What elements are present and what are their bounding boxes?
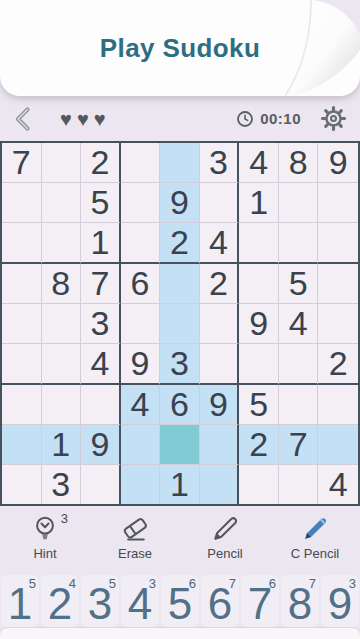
lightbulb-icon bbox=[30, 514, 60, 544]
cell-r3c7[interactable] bbox=[239, 223, 279, 264]
back-button[interactable] bbox=[13, 106, 33, 132]
cell-r2c4[interactable] bbox=[121, 183, 161, 223]
cell-r2c9[interactable] bbox=[318, 183, 358, 223]
cell-r1c2[interactable] bbox=[42, 143, 82, 183]
cell-r1c6[interactable]: 3 bbox=[200, 143, 240, 183]
numpad-key-4[interactable]: 43 bbox=[121, 575, 159, 627]
numpad-remaining-count: 6 bbox=[189, 576, 196, 591]
cell-r1c7[interactable]: 4 bbox=[239, 143, 279, 183]
numpad-remaining-count: 7 bbox=[229, 576, 236, 591]
cell-r7c2[interactable] bbox=[42, 385, 82, 425]
cell-r6c8[interactable] bbox=[279, 344, 319, 385]
cell-r3c1[interactable] bbox=[2, 223, 42, 264]
bottom-sheet-edge bbox=[0, 628, 360, 639]
cell-r7c6[interactable]: 9 bbox=[200, 385, 240, 425]
cell-r1c9[interactable]: 9 bbox=[318, 143, 358, 183]
cell-r4c7[interactable] bbox=[239, 264, 279, 304]
colored-pencil-icon bbox=[300, 514, 330, 544]
cell-r6c6[interactable] bbox=[200, 344, 240, 385]
numpad-key-8[interactable]: 87 bbox=[281, 575, 319, 627]
numpad-remaining-count: 5 bbox=[109, 576, 116, 591]
cell-r5c1[interactable] bbox=[2, 304, 42, 344]
cell-r7c8[interactable] bbox=[279, 385, 319, 425]
numpad-key-9[interactable]: 93 bbox=[321, 575, 359, 627]
colored-pencil-label: C Pencil bbox=[291, 546, 339, 561]
sudoku-board: 72348959112487625394493246951927314 bbox=[0, 141, 360, 506]
erase-label: Erase bbox=[118, 546, 152, 561]
cell-r6c3[interactable]: 4 bbox=[81, 344, 121, 385]
numpad-remaining-count: 4 bbox=[69, 576, 76, 591]
cell-r7c1[interactable] bbox=[2, 385, 42, 425]
hint-count-badge: 3 bbox=[61, 511, 68, 526]
hint-button[interactable]: 3 Hint bbox=[9, 514, 81, 561]
cell-r5c7[interactable]: 9 bbox=[239, 304, 279, 344]
cell-r1c3[interactable]: 2 bbox=[81, 143, 121, 183]
numpad-key-2[interactable]: 24 bbox=[41, 575, 79, 627]
cell-r4c9[interactable] bbox=[318, 264, 358, 304]
cell-r8c7[interactable]: 2 bbox=[239, 425, 279, 465]
cell-r9c8[interactable] bbox=[279, 465, 319, 504]
cell-r6c2[interactable] bbox=[42, 344, 82, 385]
numpad-remaining-count: 7 bbox=[309, 576, 316, 591]
cell-r8c1[interactable] bbox=[2, 425, 42, 465]
timer-value: 00:10 bbox=[260, 110, 301, 127]
cell-r4c1[interactable] bbox=[2, 264, 42, 304]
number-pad: 152435435667768793 bbox=[0, 574, 360, 628]
settings-button[interactable] bbox=[320, 105, 347, 132]
cell-r6c7[interactable] bbox=[239, 344, 279, 385]
cell-r1c4[interactable] bbox=[121, 143, 161, 183]
cell-r7c4[interactable]: 4 bbox=[121, 385, 161, 425]
cell-r3c5[interactable]: 2 bbox=[160, 223, 200, 264]
cell-r1c8[interactable]: 8 bbox=[279, 143, 319, 183]
game-toolbar: ♥♥♥ 00:10 bbox=[0, 96, 360, 141]
cell-r9c7[interactable] bbox=[239, 465, 279, 504]
cell-r3c4[interactable] bbox=[121, 223, 161, 264]
page-title: Play Sudoku bbox=[100, 33, 260, 64]
cell-r2c5[interactable]: 9 bbox=[160, 183, 200, 223]
cell-r3c2[interactable] bbox=[42, 223, 82, 264]
cell-r5c2[interactable] bbox=[42, 304, 82, 344]
cell-r4c3[interactable]: 7 bbox=[81, 264, 121, 304]
cell-r8c5[interactable] bbox=[160, 425, 200, 465]
tools-bar: 3 Hint Erase Pencil bbox=[0, 506, 360, 574]
cell-r9c2[interactable]: 3 bbox=[42, 465, 82, 504]
cell-r8c8[interactable]: 7 bbox=[279, 425, 319, 465]
cell-r9c1[interactable] bbox=[2, 465, 42, 504]
cell-r4c2[interactable]: 8 bbox=[42, 264, 82, 304]
cell-r4c5[interactable] bbox=[160, 264, 200, 304]
cell-r6c4[interactable]: 9 bbox=[121, 344, 161, 385]
cell-r5c8[interactable]: 4 bbox=[279, 304, 319, 344]
cell-r8c3[interactable]: 9 bbox=[81, 425, 121, 465]
cell-r6c5[interactable]: 3 bbox=[160, 344, 200, 385]
cell-r7c7[interactable]: 5 bbox=[239, 385, 279, 425]
cell-r4c6[interactable]: 2 bbox=[200, 264, 240, 304]
cell-r7c5[interactable]: 6 bbox=[160, 385, 200, 425]
cell-r7c9[interactable] bbox=[318, 385, 358, 425]
pencil-icon bbox=[210, 514, 240, 544]
cell-r8c4[interactable] bbox=[121, 425, 161, 465]
cell-r6c9[interactable]: 2 bbox=[318, 344, 358, 385]
pencil-button[interactable]: Pencil bbox=[189, 514, 261, 561]
numpad-key-1[interactable]: 15 bbox=[1, 575, 39, 627]
cell-r5c4[interactable] bbox=[121, 304, 161, 344]
numpad-remaining-count: 5 bbox=[29, 576, 36, 591]
cell-r5c6[interactable] bbox=[200, 304, 240, 344]
numpad-key-7[interactable]: 76 bbox=[241, 575, 279, 627]
cell-r5c9[interactable] bbox=[318, 304, 358, 344]
numpad-key-5[interactable]: 56 bbox=[161, 575, 199, 627]
cell-r5c3[interactable]: 3 bbox=[81, 304, 121, 344]
cell-r7c3[interactable] bbox=[81, 385, 121, 425]
hint-label: Hint bbox=[33, 546, 56, 561]
cell-r3c3[interactable]: 1 bbox=[81, 223, 121, 264]
numpad-key-6[interactable]: 67 bbox=[201, 575, 239, 627]
cell-r4c4[interactable]: 6 bbox=[121, 264, 161, 304]
cell-r8c2[interactable]: 1 bbox=[42, 425, 82, 465]
cell-r9c4[interactable] bbox=[121, 465, 161, 504]
cell-r2c6[interactable] bbox=[200, 183, 240, 223]
timer: 00:10 bbox=[236, 110, 301, 128]
cell-r3c8[interactable] bbox=[279, 223, 319, 264]
gear-icon bbox=[320, 105, 347, 132]
cell-r3c9[interactable] bbox=[318, 223, 358, 264]
erase-button[interactable]: Erase bbox=[99, 514, 171, 561]
cell-r2c1[interactable] bbox=[2, 183, 42, 223]
cell-r2c3[interactable]: 5 bbox=[81, 183, 121, 223]
cell-r9c9[interactable]: 4 bbox=[318, 465, 358, 504]
colored-pencil-button[interactable]: C Pencil bbox=[279, 514, 351, 561]
cell-r3c6[interactable]: 4 bbox=[200, 223, 240, 264]
page-curl-decoration bbox=[282, 0, 360, 96]
lives-hearts: ♥♥♥ bbox=[60, 109, 111, 129]
pencil-label: Pencil bbox=[207, 546, 242, 561]
cell-r2c7[interactable]: 1 bbox=[239, 183, 279, 223]
eraser-icon bbox=[120, 514, 150, 544]
cell-r1c1[interactable]: 7 bbox=[2, 143, 42, 183]
cell-r9c6[interactable] bbox=[200, 465, 240, 504]
numpad-remaining-count: 6 bbox=[269, 576, 276, 591]
cell-r1c5[interactable] bbox=[160, 143, 200, 183]
cell-r9c3[interactable] bbox=[81, 465, 121, 504]
cell-r6c1[interactable] bbox=[2, 344, 42, 385]
numpad-remaining-count: 3 bbox=[349, 576, 356, 591]
numpad-key-3[interactable]: 35 bbox=[81, 575, 119, 627]
clock-icon bbox=[236, 110, 254, 128]
header-card: Play Sudoku bbox=[0, 0, 360, 96]
cell-r2c2[interactable] bbox=[42, 183, 82, 223]
cell-r5c5[interactable] bbox=[160, 304, 200, 344]
cell-r2c8[interactable] bbox=[279, 183, 319, 223]
cell-r9c5[interactable]: 1 bbox=[160, 465, 200, 504]
cell-r8c6[interactable] bbox=[200, 425, 240, 465]
cell-r4c8[interactable]: 5 bbox=[279, 264, 319, 304]
numpad-remaining-count: 3 bbox=[149, 576, 156, 591]
cell-r8c9[interactable] bbox=[318, 425, 358, 465]
